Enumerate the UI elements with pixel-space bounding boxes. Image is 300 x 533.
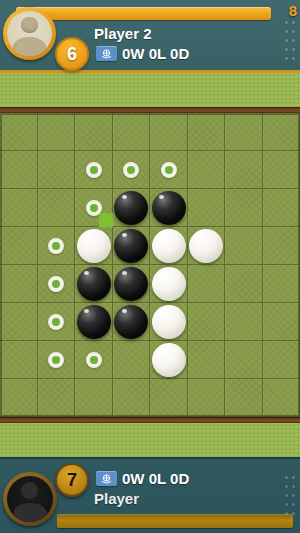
un-flag-icon: [96, 471, 117, 486]
table-felt-bottom: [0, 423, 300, 457]
white-disc-e6: [152, 305, 186, 339]
legal-move-marker-c3[interactable]: [86, 200, 102, 216]
bottom-progress-bar: [57, 514, 293, 528]
decorative-dots: [283, 18, 298, 62]
un-flag-icon: [96, 46, 117, 61]
table-felt-top: [0, 73, 300, 107]
last-move-highlight: [99, 213, 113, 227]
white-disc-e7: [152, 343, 186, 377]
black-disc-d3: [114, 191, 148, 225]
black-disc-d4: [114, 229, 148, 263]
black-disc-c5: [77, 267, 111, 301]
bottom-player-bar: 7 0W 0L 0D Player: [0, 457, 300, 533]
top-player-avatar: [3, 7, 56, 60]
legal-move-marker-b7[interactable]: [48, 352, 64, 368]
black-disc-d6: [114, 305, 148, 339]
white-disc-f4: [189, 229, 223, 263]
black-disc-e3: [152, 191, 186, 225]
top-player-bar: 8 6 Player 2 0W 0L 0D: [0, 0, 300, 70]
legal-move-marker-b5[interactable]: [48, 276, 64, 292]
board: [0, 113, 300, 417]
bottom-player-disc-count-badge: 7: [55, 463, 89, 497]
decorative-dots: [283, 473, 298, 517]
black-disc-d5: [114, 267, 148, 301]
bottom-player-record: 0W 0L 0D: [122, 470, 189, 487]
legal-move-marker-b6[interactable]: [48, 314, 64, 330]
legal-move-marker-c2[interactable]: [86, 162, 102, 178]
bottom-player-avatar: [3, 472, 57, 526]
pieces-layer: [0, 113, 300, 417]
othello-game-screen: 8 6 Player 2 0W 0L 0D: [0, 0, 300, 533]
person-silhouette-icon: [7, 476, 53, 522]
legal-move-marker-e2[interactable]: [161, 162, 177, 178]
white-disc-e5: [152, 267, 186, 301]
bottom-player-name: Player: [94, 490, 139, 507]
black-disc-c6: [77, 305, 111, 339]
timer-progress-bar: [16, 7, 271, 20]
legal-move-marker-c7[interactable]: [86, 352, 102, 368]
white-disc-e4: [152, 229, 186, 263]
top-player-name: Player 2: [94, 25, 152, 42]
top-player-disc-count-badge: 6: [55, 37, 89, 71]
white-disc-c4: [77, 229, 111, 263]
legal-move-marker-b4[interactable]: [48, 238, 64, 254]
top-player-record: 0W 0L 0D: [122, 45, 189, 62]
legal-move-marker-d2[interactable]: [123, 162, 139, 178]
person-silhouette-icon: [7, 11, 52, 56]
timer-value: 8: [289, 2, 297, 19]
